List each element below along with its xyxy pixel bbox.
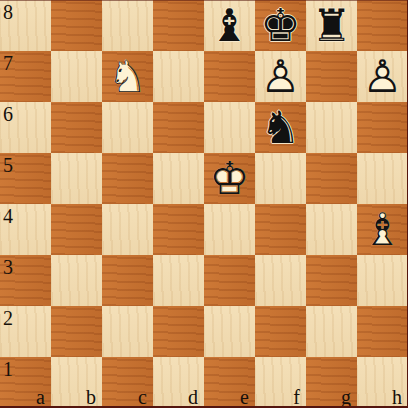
square-e6[interactable] <box>204 102 255 153</box>
square-h1[interactable] <box>357 357 408 408</box>
black-king-piece[interactable]: ♚ <box>255 0 306 51</box>
square-h7[interactable]: ♟♙ <box>357 51 408 102</box>
square-d2[interactable] <box>153 306 204 357</box>
bishop-outline-glyph: ♗ <box>357 204 408 255</box>
square-f6[interactable]: ♞ <box>255 102 306 153</box>
square-c4[interactable] <box>102 204 153 255</box>
square-g6[interactable] <box>306 102 357 153</box>
square-a7[interactable] <box>0 51 51 102</box>
square-d4[interactable] <box>153 204 204 255</box>
square-f5[interactable] <box>255 153 306 204</box>
square-g3[interactable] <box>306 255 357 306</box>
square-d7[interactable] <box>153 51 204 102</box>
bishop-glyph: ♝ <box>204 0 255 51</box>
square-g2[interactable] <box>306 306 357 357</box>
square-d3[interactable] <box>153 255 204 306</box>
square-c2[interactable] <box>102 306 153 357</box>
square-h4[interactable]: ♝♗ <box>357 204 408 255</box>
pawn-outline-glyph: ♙ <box>255 51 306 102</box>
square-b8[interactable] <box>51 0 102 51</box>
square-e2[interactable] <box>204 306 255 357</box>
square-f4[interactable] <box>255 204 306 255</box>
square-g8[interactable]: ♜ <box>306 0 357 51</box>
square-b7[interactable] <box>51 51 102 102</box>
square-f2[interactable] <box>255 306 306 357</box>
white-pawn-piece[interactable]: ♟♙ <box>357 51 408 102</box>
pawn-outline-glyph: ♙ <box>357 51 408 102</box>
black-rook-piece[interactable]: ♜ <box>306 0 357 51</box>
square-a4[interactable] <box>0 204 51 255</box>
knight-glyph: ♞ <box>255 102 306 153</box>
square-c8[interactable] <box>102 0 153 51</box>
white-pawn-piece[interactable]: ♟♙ <box>255 51 306 102</box>
square-a6[interactable] <box>0 102 51 153</box>
knight-outline-glyph: ♘ <box>102 51 153 102</box>
square-e7[interactable] <box>204 51 255 102</box>
square-d8[interactable] <box>153 0 204 51</box>
square-g1[interactable] <box>306 357 357 408</box>
square-h3[interactable] <box>357 255 408 306</box>
square-e5[interactable]: ♚♔ <box>204 153 255 204</box>
square-d6[interactable] <box>153 102 204 153</box>
square-b5[interactable] <box>51 153 102 204</box>
square-e3[interactable] <box>204 255 255 306</box>
square-f8[interactable]: ♚ <box>255 0 306 51</box>
square-a3[interactable] <box>0 255 51 306</box>
square-c3[interactable] <box>102 255 153 306</box>
square-a5[interactable] <box>0 153 51 204</box>
white-knight-piece[interactable]: ♞♘ <box>102 51 153 102</box>
king-glyph: ♚ <box>255 0 306 51</box>
square-d5[interactable] <box>153 153 204 204</box>
white-bishop-piece[interactable]: ♝♗ <box>357 204 408 255</box>
king-outline-glyph: ♔ <box>204 153 255 204</box>
black-knight-piece[interactable]: ♞ <box>255 102 306 153</box>
square-c5[interactable] <box>102 153 153 204</box>
square-h6[interactable] <box>357 102 408 153</box>
chess-board: ♝♚♜♞♘♟♙♟♙♞♚♔♝♗ 87654321abcdefgh <box>0 0 408 408</box>
square-a2[interactable] <box>0 306 51 357</box>
square-b2[interactable] <box>51 306 102 357</box>
square-a8[interactable] <box>0 0 51 51</box>
square-c7[interactable]: ♞♘ <box>102 51 153 102</box>
square-c1[interactable] <box>102 357 153 408</box>
square-b6[interactable] <box>51 102 102 153</box>
square-g7[interactable] <box>306 51 357 102</box>
square-e8[interactable]: ♝ <box>204 0 255 51</box>
square-b4[interactable] <box>51 204 102 255</box>
square-e4[interactable] <box>204 204 255 255</box>
square-c6[interactable] <box>102 102 153 153</box>
square-b1[interactable] <box>51 357 102 408</box>
square-g5[interactable] <box>306 153 357 204</box>
square-h5[interactable] <box>357 153 408 204</box>
square-b3[interactable] <box>51 255 102 306</box>
square-a1[interactable] <box>0 357 51 408</box>
rook-glyph: ♜ <box>306 0 357 51</box>
white-king-piece[interactable]: ♚♔ <box>204 153 255 204</box>
square-h8[interactable] <box>357 0 408 51</box>
board-grid: ♝♚♜♞♘♟♙♟♙♞♚♔♝♗ <box>0 0 408 408</box>
square-f7[interactable]: ♟♙ <box>255 51 306 102</box>
black-bishop-piece[interactable]: ♝ <box>204 0 255 51</box>
square-h2[interactable] <box>357 306 408 357</box>
square-e1[interactable] <box>204 357 255 408</box>
square-f1[interactable] <box>255 357 306 408</box>
square-g4[interactable] <box>306 204 357 255</box>
square-f3[interactable] <box>255 255 306 306</box>
square-d1[interactable] <box>153 357 204 408</box>
